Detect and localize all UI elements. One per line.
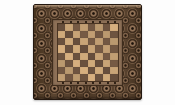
board-grid <box>57 23 119 82</box>
square-b7[interactable] <box>65 31 73 38</box>
square-d5[interactable] <box>80 45 88 52</box>
square-g6[interactable] <box>103 38 111 45</box>
square-b8[interactable] <box>65 24 73 31</box>
inner-border-band <box>52 19 123 86</box>
square-c3[interactable] <box>73 60 81 67</box>
square-h7[interactable] <box>110 31 118 38</box>
square-c2[interactable] <box>73 67 81 74</box>
square-a6[interactable] <box>58 38 66 45</box>
square-h8[interactable] <box>110 24 118 31</box>
square-f6[interactable] <box>95 38 103 45</box>
square-g3[interactable] <box>103 60 111 67</box>
square-g4[interactable] <box>103 53 111 60</box>
square-c6[interactable] <box>73 38 81 45</box>
square-g8[interactable] <box>103 24 111 31</box>
square-b1[interactable] <box>65 74 73 81</box>
square-c4[interactable] <box>73 53 81 60</box>
square-a4[interactable] <box>58 53 66 60</box>
square-d3[interactable] <box>80 60 88 67</box>
square-a2[interactable] <box>58 67 66 74</box>
square-h6[interactable] <box>110 38 118 45</box>
square-a5[interactable] <box>58 45 66 52</box>
square-a8[interactable] <box>58 24 66 31</box>
square-f2[interactable] <box>95 67 103 74</box>
square-f1[interactable] <box>95 74 103 81</box>
square-h4[interactable] <box>110 53 118 60</box>
square-d2[interactable] <box>80 67 88 74</box>
square-b5[interactable] <box>65 45 73 52</box>
square-h3[interactable] <box>110 60 118 67</box>
square-d4[interactable] <box>80 53 88 60</box>
square-d7[interactable] <box>80 31 88 38</box>
square-d6[interactable] <box>80 38 88 45</box>
square-c8[interactable] <box>73 24 81 31</box>
square-b2[interactable] <box>65 67 73 74</box>
square-e5[interactable] <box>88 45 96 52</box>
product-photo-background <box>0 0 175 105</box>
square-g2[interactable] <box>103 67 111 74</box>
square-a3[interactable] <box>58 60 66 67</box>
square-f5[interactable] <box>95 45 103 52</box>
square-c7[interactable] <box>73 31 81 38</box>
square-e6[interactable] <box>88 38 96 45</box>
square-e7[interactable] <box>88 31 96 38</box>
square-b4[interactable] <box>65 53 73 60</box>
square-e4[interactable] <box>88 53 96 60</box>
square-a1[interactable] <box>58 74 66 81</box>
square-h2[interactable] <box>110 67 118 74</box>
square-a7[interactable] <box>58 31 66 38</box>
square-h5[interactable] <box>110 45 118 52</box>
square-b6[interactable] <box>65 38 73 45</box>
square-c1[interactable] <box>73 74 81 81</box>
square-g5[interactable] <box>103 45 111 52</box>
square-f3[interactable] <box>95 60 103 67</box>
square-d1[interactable] <box>80 74 88 81</box>
square-e3[interactable] <box>88 60 96 67</box>
chess-board <box>33 4 142 100</box>
square-e8[interactable] <box>88 24 96 31</box>
square-c5[interactable] <box>73 45 81 52</box>
square-f7[interactable] <box>95 31 103 38</box>
square-d8[interactable] <box>80 24 88 31</box>
square-e1[interactable] <box>88 74 96 81</box>
square-g1[interactable] <box>103 74 111 81</box>
square-e2[interactable] <box>88 67 96 74</box>
square-b3[interactable] <box>65 60 73 67</box>
square-h1[interactable] <box>110 74 118 81</box>
square-g7[interactable] <box>103 31 111 38</box>
square-f4[interactable] <box>95 53 103 60</box>
square-f8[interactable] <box>95 24 103 31</box>
